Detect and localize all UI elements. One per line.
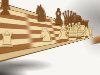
piece-black-p-a7: ♟ xyxy=(0,3,12,17)
chess-pieces: ♜♟♞♟♝♛♟♚♟♝♟♞♟♜♟♟♟♟♟♟♜♟♞♝♟♚♛♟♝♟♞♜ xyxy=(0,0,100,75)
piece-white-r-a1: ♜ xyxy=(0,30,16,50)
photo-stage: ♜♟♞♟♝♛♟♚♟♝♟♞♟♜♟♟♟♟♟♟♜♟♞♝♟♚♛♟♝♟♞♜ xyxy=(0,0,100,75)
piece-black-p-b7: ♟ xyxy=(36,10,48,23)
piece-white-b-c1: ♝ xyxy=(55,22,73,42)
piece-white-n-b1: ♞ xyxy=(37,25,55,45)
chess-set-photo: ♜♟♞♟♝♛♟♚♟♝♟♞♟♜♟♟♟♟♟♟♜♟♞♝♟♚♛♟♝♟♞♜ xyxy=(0,0,100,75)
